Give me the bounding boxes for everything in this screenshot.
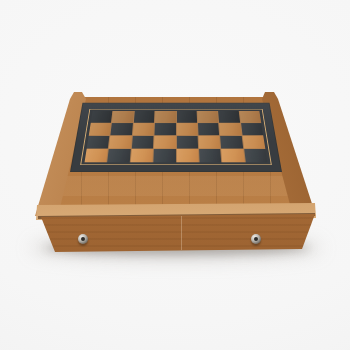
board-square-r2c4-dark [155,123,176,135]
board-square-r2c7-light [219,123,241,135]
product-photo [0,0,350,350]
board-square-r1c8-light [239,111,261,122]
board-square-r4c4-dark [154,149,176,162]
board-square-r1c4-light [155,111,176,122]
board-square-r4c1-light [85,149,109,162]
inlay-stringing-line [80,109,272,165]
board-square-r3c2-light [109,136,131,149]
board-square-r3c8-light [242,136,265,149]
board-square-r4c7-light [221,149,244,162]
checkerboard [85,111,268,162]
board-square-r2c5-light [176,123,197,135]
board-square-r1c7-dark [218,111,239,122]
board-square-r3c4-light [154,136,175,149]
checkerboard-frame [70,103,282,172]
board-square-r1c6-light [197,111,218,122]
board-square-r1c1-dark [91,111,113,122]
board-square-r3c5-dark [176,136,197,149]
board-square-r3c3-dark [132,136,154,149]
board-square-r4c2-dark [108,149,131,162]
board-square-r2c1-light [89,123,111,135]
board-square-r2c8-dark [241,123,263,135]
board-square-r4c3-light [131,149,154,162]
board-square-r3c7-dark [220,136,242,149]
board-square-r2c6-dark [198,123,219,135]
board-square-r1c5-dark [176,111,197,122]
board-square-r2c3-light [133,123,154,135]
board-square-r3c6-light [198,136,220,149]
board-square-r4c6-dark [199,149,222,162]
board-square-r2c2-dark [111,123,133,135]
drawer-wood-seam [181,216,182,250]
board-square-r1c2-light [112,111,133,122]
board-square-r3c1-dark [87,136,110,149]
board-square-r4c8-dark [244,149,268,162]
board-square-r1c3-dark [134,111,155,122]
drawer-knob-right [251,234,261,244]
board-square-r4c5-light [176,149,198,162]
drawer-knob-left [78,234,88,244]
